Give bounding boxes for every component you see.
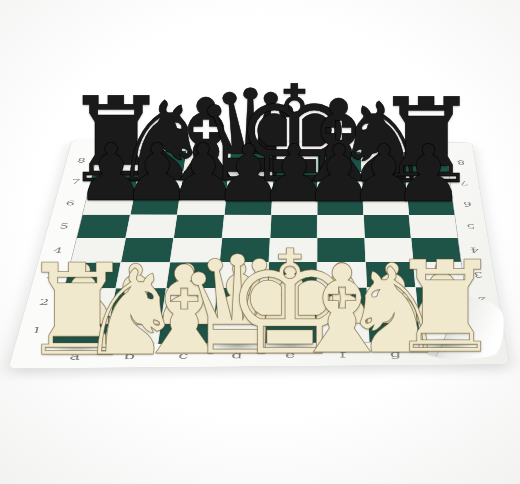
chess-photo-scene: abcdefgh8765432187654321 ♜♞♝♛♚♝♞♜♟♟♟♟♟♟♟… xyxy=(0,0,520,484)
piece-white-rook-h1[interactable]: ♜ xyxy=(389,245,502,371)
piece-black-pawn-h7[interactable]: ♟ xyxy=(393,135,464,214)
pieces-layer: ♜♞♝♛♚♝♞♜♟♟♟♟♟♟♟♟♟♟♟♟♟♟♟♟♜♞♝♛♚♝♞♜ xyxy=(0,0,520,484)
